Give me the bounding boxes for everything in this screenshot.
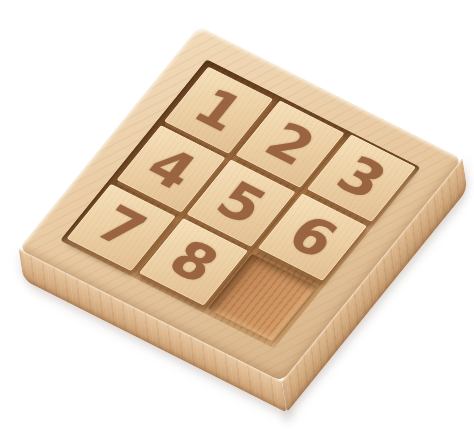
tile-number: 5	[207, 174, 275, 233]
puzzle-photo-scene: 12345678	[0, 0, 474, 429]
tile-number: 8	[159, 232, 227, 291]
tile-number: 2	[256, 115, 324, 174]
tile-number: 4	[137, 139, 205, 198]
puzzle-tray: 12345678	[18, 26, 462, 382]
tile-number: 6	[278, 208, 346, 267]
tile-number: 3	[328, 149, 396, 208]
tile-number: 1	[185, 81, 253, 140]
tile-number: 7	[87, 198, 155, 257]
